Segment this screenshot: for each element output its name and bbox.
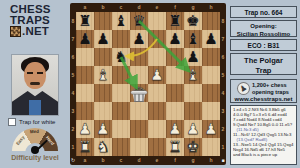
square-g8[interactable]: ♚: [184, 12, 202, 30]
trap-for-white-row: Trap for white: [8, 118, 55, 126]
piece-black-bishop: ♝: [112, 12, 130, 30]
square-a2[interactable]: ♟: [76, 120, 94, 138]
square-d3[interactable]: [130, 102, 148, 120]
square-a5[interactable]: [76, 66, 94, 84]
square-b8[interactable]: [94, 12, 112, 30]
presenter-photo: [11, 54, 59, 116]
piece-black-knight: ♞: [112, 48, 130, 66]
opening-label: Opening:: [231, 22, 296, 30]
square-e1[interactable]: [148, 138, 166, 156]
file-label-g: g: [184, 3, 202, 12]
square-f3[interactable]: [166, 102, 184, 120]
piece-white-bishop: ♝: [184, 66, 202, 84]
difficulty-label: Difficulty level: [0, 154, 70, 161]
file-labels-top: abcdefgh: [76, 3, 220, 12]
piece-black-rook: ♜: [166, 12, 184, 30]
square-g6[interactable]: ♟: [184, 48, 202, 66]
piece-black-pawn: ♟: [166, 30, 184, 48]
gauge-label-med: Med: [30, 129, 39, 134]
file-label-d: d: [130, 156, 148, 165]
photo-eye: [37, 72, 43, 74]
piece-black-pawn: ♟: [184, 48, 202, 66]
chess-board: ♜♝♛♜♚♟♟♟♟♝♟♞♟♝♟♝♛♟♟♟♟♟♜♞♜♚: [76, 12, 220, 156]
square-b6[interactable]: [94, 48, 112, 66]
piece-black-pawn: ♟: [202, 30, 220, 48]
square-g7[interactable]: ♝: [184, 30, 202, 48]
square-d6[interactable]: [130, 48, 148, 66]
piece-white-pawn: ♟: [148, 66, 166, 84]
square-b4[interactable]: [94, 84, 112, 102]
square-h1[interactable]: [202, 138, 220, 156]
piece-black-bishop: ♝: [184, 30, 202, 48]
square-g4[interactable]: [184, 84, 202, 102]
moves-line: and Black is a piece up: [233, 152, 296, 157]
file-label-d: d: [130, 3, 148, 12]
photo-shirt: [29, 100, 41, 115]
file-label-c: c: [112, 3, 130, 12]
square-f2[interactable]: ♟: [166, 120, 184, 138]
square-h8[interactable]: [202, 12, 220, 30]
piece-black-pawn: ♟: [76, 30, 94, 48]
piece-white-pawn: ♟: [166, 120, 184, 138]
square-b5[interactable]: ♝: [94, 66, 112, 84]
square-d2[interactable]: [130, 120, 148, 138]
logo-suffix: .NET: [22, 26, 49, 37]
square-d7[interactable]: ♟: [130, 30, 148, 48]
file-label-b: b: [94, 156, 112, 165]
square-f6[interactable]: [166, 48, 184, 66]
square-a1[interactable]: ♜: [76, 138, 94, 156]
square-e2[interactable]: [148, 120, 166, 138]
square-b2[interactable]: ♟: [94, 120, 112, 138]
square-h3[interactable]: [202, 102, 220, 120]
square-c2[interactable]: [112, 120, 130, 138]
square-b7[interactable]: ♟: [94, 30, 112, 48]
file-label-h: h: [202, 3, 220, 12]
trap-name-box: The Polgar Trap: [230, 53, 297, 75]
trap-name-line2: Trap: [231, 66, 296, 76]
trap-for-white-checkbox[interactable]: [8, 118, 16, 126]
piece-white-king: ♚: [184, 138, 202, 156]
piece-black-queen: ♛: [130, 12, 148, 30]
square-c7[interactable]: [112, 30, 130, 48]
gauge-hub: [31, 146, 39, 154]
file-label-e: e: [148, 156, 166, 165]
square-c5[interactable]: [112, 66, 130, 84]
square-b1[interactable]: ♞: [94, 138, 112, 156]
piece-white-rook: ♜: [166, 138, 184, 156]
square-g2[interactable]: ♟: [184, 120, 202, 138]
file-label-f: f: [166, 3, 184, 12]
square-h5[interactable]: [202, 66, 220, 84]
square-d8[interactable]: ♛: [130, 12, 148, 30]
trash-bucket-rim: [131, 91, 147, 94]
piece-white-knight: ♞: [94, 138, 112, 156]
square-g5[interactable]: ♝: [184, 66, 202, 84]
moves-line: 9.Qxd4 Ne7 10.Bg5 0-0 11.e5?: [233, 122, 296, 127]
chess-board-frame: abcdefgh 87654321 ♜♝♛♜♚♟♟♟♟♝♟♞♟♝♟♝♛♟♟♟♟♟…: [70, 3, 226, 165]
square-c4[interactable]: [112, 84, 130, 102]
promo-box: ♟ 1,200+ chess opening traps www.chesstr…: [230, 79, 297, 103]
square-a6[interactable]: [76, 48, 94, 66]
photo-eye: [27, 72, 33, 74]
square-h7[interactable]: ♟: [202, 30, 220, 48]
trap-number-box: Trap no. 664: [230, 6, 297, 18]
square-f7[interactable]: ♟: [166, 30, 184, 48]
difficulty-gauge: Easy Med Hard: [9, 127, 61, 153]
square-f5[interactable]: [166, 66, 184, 84]
promo-line1: 1,200+ chess: [252, 82, 289, 89]
piece-white-pawn: ♟: [202, 120, 220, 138]
file-label-h: h: [202, 156, 220, 165]
piece-black-king: ♚: [184, 12, 202, 30]
eco-box: ECO : B31: [230, 39, 297, 51]
square-h6[interactable]: [202, 48, 220, 66]
square-a3[interactable]: [76, 102, 94, 120]
square-a7[interactable]: ♟: [76, 30, 94, 48]
site-url[interactable]: www.chesstraps.net: [232, 96, 295, 102]
chesstraps-screen: CHESS TRAPS .NET Trap for white Easy Med…: [0, 0, 300, 168]
file-label-b: b: [94, 3, 112, 12]
site-logo: CHESS TRAPS .NET: [10, 4, 51, 37]
piece-white-pawn: ♟: [76, 120, 94, 138]
piece-white-rook: ♜: [76, 138, 94, 156]
square-f8[interactable]: ♜: [166, 12, 184, 30]
square-a8[interactable]: ♜: [76, 12, 94, 30]
square-f4[interactable]: [166, 84, 184, 102]
square-d4[interactable]: ♛: [130, 84, 148, 102]
piece-black-rook: ♜: [76, 12, 94, 30]
file-label-e: e: [148, 3, 166, 12]
left-sidebar: CHESS TRAPS .NET Trap for white Easy Med…: [0, 0, 70, 168]
move-list-box[interactable]: 1.e4 c5 2.Nf3 Nc6 3.Bb5 g64.0-0 Bg7 5.c3…: [230, 105, 297, 165]
file-label-g: g: [184, 156, 202, 165]
square-g1[interactable]: ♚: [184, 138, 202, 156]
square-e4[interactable]: [148, 84, 166, 102]
square-e7[interactable]: [148, 30, 166, 48]
square-h2[interactable]: ♟: [202, 120, 220, 138]
pawn-logo-icon: ♟: [238, 83, 249, 94]
opening-box: Opening: Sicilian Rossolimo: [230, 20, 297, 37]
square-f1[interactable]: ♜: [166, 138, 184, 156]
file-labels-bottom: abcdefgh: [76, 156, 220, 165]
file-label-a: a: [76, 156, 94, 165]
opening-name: Sicilian Rossolimo: [231, 30, 296, 38]
file-label-c: c: [112, 156, 130, 165]
square-c8[interactable]: ♝: [112, 12, 130, 30]
square-d5[interactable]: [130, 66, 148, 84]
square-e5[interactable]: ♟: [148, 66, 166, 84]
piece-black-pawn: ♟: [130, 30, 148, 48]
square-d1[interactable]: [130, 138, 148, 156]
trap-name-line1: The Polgar: [231, 56, 296, 66]
piece-white-pawn: ♟: [94, 120, 112, 138]
piece-black-pawn: ♟: [94, 30, 112, 48]
square-c1[interactable]: [112, 138, 130, 156]
trap-for-white-label: Trap for white: [19, 119, 55, 125]
file-label-a: a: [76, 3, 94, 12]
photo-face: [24, 62, 46, 89]
piece-white-pawn: ♟: [184, 120, 202, 138]
square-e8[interactable]: [148, 12, 166, 30]
square-g3[interactable]: [184, 102, 202, 120]
square-h4[interactable]: [202, 84, 220, 102]
square-b3[interactable]: [94, 102, 112, 120]
move-list: 1.e4 c5 2.Nf3 Nc6 3.Bb5 g64.0-0 Bg7 5.c3…: [233, 107, 296, 157]
file-label-f: f: [166, 156, 184, 165]
square-c6[interactable]: ♞: [112, 48, 130, 66]
photo-mustache: [30, 82, 40, 85]
square-e3[interactable]: [148, 102, 166, 120]
square-e6[interactable]: [148, 48, 166, 66]
square-a4[interactable]: [76, 84, 94, 102]
piece-white-bishop: ♝: [94, 66, 112, 84]
checkerboard-icon: [10, 26, 21, 37]
promo-line2: opening traps: [252, 89, 289, 96]
square-c3[interactable]: [112, 102, 130, 120]
right-sidebar: Trap no. 664 Opening: Sicilian Rossolimo…: [226, 0, 300, 168]
